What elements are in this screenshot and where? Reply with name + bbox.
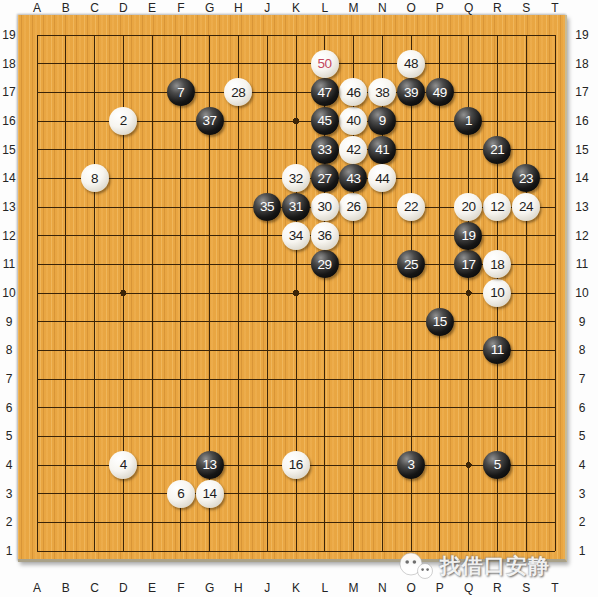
row-label-9: 9: [0, 307, 18, 336]
watermark-logo-icon: [398, 551, 434, 581]
move-number: 21: [490, 143, 504, 157]
col-label-k: K: [282, 0, 311, 15]
stone-black-45-l16: 45: [311, 107, 339, 135]
row-label-6: 6: [0, 393, 18, 422]
row-labels-left: 19181716151413121110987654321: [0, 21, 18, 566]
move-number: 43: [346, 172, 360, 186]
move-number: 14: [203, 487, 217, 501]
row-label-16: 16: [0, 107, 18, 136]
move-number: 44: [375, 172, 389, 186]
row-label-1: 1: [566, 537, 598, 566]
stone-white-46-m17: 46: [339, 78, 367, 106]
row-label-7: 7: [566, 365, 598, 394]
col-label-s: S: [512, 0, 541, 15]
move-number: 20: [461, 200, 475, 214]
stone-white-4-d4: 4: [109, 451, 137, 479]
row-label-14: 14: [0, 164, 18, 193]
row-label-6: 6: [566, 393, 598, 422]
stone-black-11-r8: 11: [483, 336, 511, 364]
col-label-p: P: [425, 0, 454, 15]
row-label-10: 10: [0, 279, 18, 308]
stone-black-23-s14: 23: [512, 164, 540, 192]
stone-black-39-o17: 39: [397, 78, 425, 106]
move-number: 35: [260, 200, 274, 214]
move-number: 18: [490, 258, 504, 272]
stone-white-18-r11: 18: [483, 250, 511, 278]
row-label-19: 19: [566, 21, 598, 50]
col-label-a: A: [23, 578, 52, 597]
move-number: 25: [404, 258, 418, 272]
col-label-c: C: [80, 0, 109, 15]
move-number: 45: [318, 114, 332, 128]
row-label-9: 9: [566, 307, 598, 336]
stone-black-29-l11: 29: [311, 250, 339, 278]
col-label-b: B: [51, 0, 80, 15]
move-number: 3: [407, 458, 414, 472]
go-diagram: ABCDEFGHJKLMNOPQRST ABCDEFGHJKLMNOPQRST …: [0, 0, 598, 597]
move-number: 27: [318, 172, 332, 186]
stone-white-34-k12: 34: [282, 222, 310, 250]
move-number: 34: [289, 229, 303, 243]
col-label-f: F: [166, 0, 195, 15]
move-number: 9: [379, 114, 386, 128]
move-number: 11: [491, 343, 504, 357]
move-number: 10: [490, 286, 504, 300]
move-number: 23: [519, 172, 533, 186]
row-label-17: 17: [566, 78, 598, 107]
move-number: 30: [318, 200, 332, 214]
stone-black-17-q11: 17: [454, 250, 482, 278]
row-label-5: 5: [566, 422, 598, 451]
col-label-h: H: [224, 578, 253, 597]
col-label-t: T: [541, 0, 570, 15]
move-number: 24: [519, 200, 533, 214]
col-label-j: J: [253, 578, 282, 597]
watermark: 找借口安静: [398, 550, 550, 582]
move-number: 5: [494, 458, 501, 472]
row-label-10: 10: [566, 279, 598, 308]
stone-white-48-o18: 48: [397, 50, 425, 78]
move-number: 40: [346, 114, 360, 128]
stones-layer: 1234567891011121314151617181920212223242…: [23, 21, 570, 565]
move-number: 49: [433, 86, 447, 100]
stone-white-8-c14: 8: [81, 164, 109, 192]
row-label-15: 15: [566, 135, 598, 164]
move-number: 26: [346, 200, 360, 214]
row-label-11: 11: [0, 250, 18, 279]
stone-white-22-o13: 22: [397, 193, 425, 221]
move-number: 47: [318, 86, 332, 100]
row-label-19: 19: [0, 21, 18, 50]
move-number: 41: [375, 143, 389, 157]
row-label-18: 18: [566, 49, 598, 78]
stone-black-21-r15: 21: [483, 136, 511, 164]
stone-white-50-l18: 50: [311, 50, 339, 78]
col-label-h: H: [224, 0, 253, 15]
move-number: 29: [318, 258, 332, 272]
move-number: 39: [404, 86, 418, 100]
move-number: 15: [433, 315, 447, 329]
col-label-d: D: [109, 0, 138, 15]
move-number: 31: [289, 200, 303, 214]
stone-white-12-r13: 12: [483, 193, 511, 221]
stone-white-26-m13: 26: [339, 193, 367, 221]
stone-black-19-q12: 19: [454, 222, 482, 250]
stone-black-49-p17: 49: [426, 78, 454, 106]
move-number: 19: [461, 229, 475, 243]
stone-white-20-q13: 20: [454, 193, 482, 221]
row-label-8: 8: [0, 336, 18, 365]
row-label-16: 16: [566, 107, 598, 136]
move-number: 50: [318, 57, 332, 71]
col-label-o: O: [397, 0, 426, 15]
row-label-13: 13: [566, 193, 598, 222]
row-label-18: 18: [0, 49, 18, 78]
col-label-e: E: [138, 578, 167, 597]
stone-black-3-o4: 3: [397, 451, 425, 479]
row-label-14: 14: [566, 164, 598, 193]
row-label-5: 5: [0, 422, 18, 451]
stone-white-10-r10: 10: [483, 279, 511, 307]
stone-black-1-q16: 1: [454, 107, 482, 135]
row-label-4: 4: [566, 451, 598, 480]
stone-black-41-n15: 41: [368, 136, 396, 164]
stone-white-40-m16: 40: [339, 107, 367, 135]
col-label-g: G: [195, 578, 224, 597]
col-label-c: C: [80, 578, 109, 597]
row-label-17: 17: [0, 78, 18, 107]
move-number: 2: [120, 114, 127, 128]
stone-white-2-d16: 2: [109, 107, 137, 135]
move-number: 33: [318, 143, 332, 157]
move-number: 36: [318, 229, 332, 243]
stone-white-14-g3: 14: [196, 480, 224, 508]
stone-black-35-j13: 35: [253, 193, 281, 221]
move-number: 37: [203, 114, 217, 128]
row-label-3: 3: [566, 479, 598, 508]
move-number: 17: [461, 258, 475, 272]
stone-white-38-n17: 38: [368, 78, 396, 106]
watermark-text: 找借口安静: [440, 552, 550, 580]
row-label-2: 2: [0, 508, 18, 537]
stone-white-16-k4: 16: [282, 451, 310, 479]
move-number: 12: [490, 200, 504, 214]
col-label-j: J: [253, 0, 282, 15]
move-number: 8: [91, 172, 98, 186]
col-label-n: N: [368, 0, 397, 15]
move-number: 38: [375, 86, 389, 100]
row-label-11: 11: [566, 250, 598, 279]
col-label-g: G: [195, 0, 224, 15]
move-number: 6: [177, 487, 184, 501]
row-labels-right: 19181716151413121110987654321: [566, 21, 598, 566]
col-label-q: Q: [454, 0, 483, 15]
move-number: 46: [346, 86, 360, 100]
col-label-m: M: [339, 578, 368, 597]
col-label-b: B: [51, 578, 80, 597]
row-label-12: 12: [566, 221, 598, 250]
stone-white-6-f3: 6: [167, 480, 195, 508]
col-label-r: R: [483, 0, 512, 15]
row-label-12: 12: [0, 221, 18, 250]
col-label-f: F: [166, 578, 195, 597]
stone-white-30-l13: 30: [311, 193, 339, 221]
move-number: 13: [203, 458, 217, 472]
stone-white-44-n14: 44: [368, 164, 396, 192]
move-number: 42: [346, 143, 360, 157]
move-number: 32: [289, 172, 303, 186]
stone-black-31-k13: 31: [282, 193, 310, 221]
move-number: 48: [404, 57, 418, 71]
move-number: 7: [177, 86, 184, 100]
stone-white-36-l12: 36: [311, 222, 339, 250]
move-number: 1: [465, 114, 472, 128]
row-label-3: 3: [0, 479, 18, 508]
col-label-k: K: [282, 578, 311, 597]
row-label-1: 1: [0, 537, 18, 566]
stone-black-37-g16: 37: [196, 107, 224, 135]
stone-black-27-l14: 27: [311, 164, 339, 192]
move-number: 22: [404, 200, 418, 214]
col-label-a: A: [23, 0, 52, 15]
move-number: 4: [120, 458, 127, 472]
stone-black-5-r4: 5: [483, 451, 511, 479]
col-label-m: M: [339, 0, 368, 15]
row-label-4: 4: [0, 451, 18, 480]
row-label-8: 8: [566, 336, 598, 365]
move-number: 16: [289, 458, 303, 472]
stone-black-33-l15: 33: [311, 136, 339, 164]
stone-white-28-h17: 28: [224, 78, 252, 106]
move-number: 28: [231, 86, 245, 100]
stone-black-43-m14: 43: [339, 164, 367, 192]
stone-black-25-o11: 25: [397, 250, 425, 278]
stone-black-15-p9: 15: [426, 308, 454, 336]
row-label-2: 2: [566, 508, 598, 537]
stone-white-42-m15: 42: [339, 136, 367, 164]
stone-black-47-l17: 47: [311, 78, 339, 106]
row-label-7: 7: [0, 365, 18, 394]
stone-black-9-n16: 9: [368, 107, 396, 135]
col-label-l: L: [310, 578, 339, 597]
stone-black-7-f17: 7: [167, 78, 195, 106]
stone-white-32-k14: 32: [282, 164, 310, 192]
stone-white-24-s13: 24: [512, 193, 540, 221]
col-label-e: E: [138, 0, 167, 15]
col-label-d: D: [109, 578, 138, 597]
row-label-13: 13: [0, 193, 18, 222]
col-label-l: L: [310, 0, 339, 15]
col-label-n: N: [368, 578, 397, 597]
row-label-15: 15: [0, 135, 18, 164]
column-labels-top: ABCDEFGHJKLMNOPQRST: [23, 0, 570, 15]
stone-black-13-g4: 13: [196, 451, 224, 479]
